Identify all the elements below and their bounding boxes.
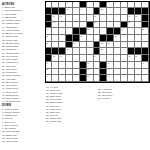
grid-cell[interactable] <box>59 22 66 29</box>
grid-cell[interactable]: 5 <box>107 2 114 9</box>
grid-cell[interactable] <box>73 8 80 15</box>
grid-cell[interactable] <box>87 48 94 55</box>
grid-cell[interactable]: 36 <box>135 55 142 62</box>
grid-cell[interactable] <box>52 2 59 9</box>
grid-cell[interactable] <box>114 42 121 49</box>
grid-cell[interactable] <box>66 15 73 22</box>
grid-cell[interactable] <box>87 35 94 42</box>
grid-cell[interactable]: 26 <box>46 42 53 49</box>
grid-cell[interactable]: 45 <box>87 75 94 82</box>
grid-cell[interactable] <box>73 75 80 82</box>
grid-cell[interactable] <box>135 22 142 29</box>
grid-cell[interactable] <box>121 75 128 82</box>
grid-cell[interactable]: 40 <box>142 62 149 69</box>
grid-cell[interactable] <box>73 62 80 69</box>
grid-cell[interactable] <box>135 28 142 35</box>
grid-cell[interactable] <box>66 28 73 35</box>
cell-number: 11 <box>53 15 55 17</box>
grid-cell[interactable] <box>135 42 142 49</box>
cell-number: 23 <box>46 35 48 37</box>
grid-cell[interactable] <box>100 55 107 62</box>
grid-cell[interactable] <box>135 69 142 76</box>
grid-cell[interactable]: 18 <box>128 22 135 29</box>
cell-number: 32 <box>53 55 55 57</box>
cell-number: 7 <box>121 1 122 3</box>
cell-number: 19 <box>46 28 48 30</box>
grid-cell[interactable] <box>142 35 149 42</box>
grid-cell[interactable]: 15 <box>135 15 142 22</box>
crossword-page: { "game": "crossword", "grid_size": {"ro… <box>0 0 150 150</box>
cell-number: 8 <box>66 8 67 10</box>
cell-number: 29 <box>108 42 110 44</box>
cell-number: 30 <box>66 48 68 50</box>
grid-cell[interactable]: 30 <box>66 48 73 55</box>
grid-cell[interactable] <box>135 75 142 82</box>
black-cell <box>94 42 101 49</box>
cell-number: 38 <box>87 62 89 64</box>
black-cell <box>80 69 87 76</box>
cell-number: 45 <box>87 75 89 77</box>
grid-cell[interactable]: 8 <box>66 8 73 15</box>
grid-cell[interactable]: 7 <box>121 2 128 9</box>
grid-cell[interactable] <box>128 42 135 49</box>
grid-cell[interactable] <box>100 28 107 35</box>
grid-cell[interactable] <box>59 62 66 69</box>
cell-number: 14 <box>128 15 130 17</box>
grid-cell[interactable] <box>66 75 73 82</box>
grid-cell[interactable]: 3 <box>73 2 80 9</box>
down-clue-list-part2: 14. Air hero15. Corn unit19. Grape plant… <box>46 86 94 123</box>
cell-number: 46 <box>108 75 110 77</box>
black-cell <box>142 48 149 55</box>
grid-cell[interactable]: 44 <box>46 75 53 82</box>
cell-number: 12 <box>60 15 62 17</box>
grid-cell[interactable] <box>121 35 128 42</box>
clue-item: 31. Music note <box>46 120 94 123</box>
grid-cell[interactable] <box>107 48 114 55</box>
cell-number: 28 <box>101 42 103 44</box>
grid-cell[interactable] <box>73 48 80 55</box>
cell-number: 24 <box>80 35 82 37</box>
grid-cell[interactable] <box>80 22 87 29</box>
black-cell <box>100 69 107 76</box>
cell-number: 33 <box>60 55 62 57</box>
grid-cell[interactable] <box>59 42 66 49</box>
grid-cell[interactable]: 25 <box>114 35 121 42</box>
grid-cell[interactable] <box>66 22 73 29</box>
grid-cell[interactable]: 27 <box>73 42 80 49</box>
cell-number: 31 <box>101 48 103 50</box>
cell-number: 17 <box>94 21 96 23</box>
grid-cell[interactable] <box>128 62 135 69</box>
cell-number: 10 <box>101 8 103 10</box>
grid-cell[interactable] <box>121 42 128 49</box>
cell-number: 13 <box>94 15 96 17</box>
grid-cell[interactable]: 34 <box>94 55 101 62</box>
cell-number: 36 <box>135 55 137 57</box>
grid-cell[interactable] <box>142 75 149 82</box>
cell-number: 37 <box>46 62 48 64</box>
grid-cell[interactable] <box>121 15 128 22</box>
grid-cell[interactable] <box>128 35 135 42</box>
black-cell <box>46 48 53 55</box>
grid-cell[interactable] <box>52 35 59 42</box>
grid-cell[interactable] <box>135 62 142 69</box>
black-cell <box>107 28 114 35</box>
grid-cell[interactable] <box>73 22 80 29</box>
grid-cell[interactable] <box>87 8 94 15</box>
down-clue-list-part1: 2. Frozen water3. Ocean motion4. Garden … <box>2 108 43 144</box>
grid-cell[interactable] <box>73 15 80 22</box>
cell-number: 22 <box>142 28 144 30</box>
clue-item: 13. Loud noise <box>2 140 43 143</box>
cell-number: 16 <box>53 21 55 23</box>
black-cell <box>80 62 87 69</box>
cell-number: 3 <box>73 1 74 3</box>
cell-number: 5 <box>108 1 109 3</box>
grid-cell[interactable]: 10 <box>100 8 107 15</box>
clue-column-middle: 14. Air hero15. Corn unit19. Grape plant… <box>46 86 94 123</box>
cell-number: 25 <box>114 35 116 37</box>
grid-cell[interactable] <box>94 28 101 35</box>
grid-cell[interactable] <box>142 2 149 9</box>
grid-cell[interactable] <box>80 15 87 22</box>
cell-number: 39 <box>108 62 110 64</box>
grid-cell[interactable] <box>59 28 66 35</box>
grid-cell[interactable] <box>114 55 121 62</box>
grid-cell[interactable] <box>128 28 135 35</box>
grid-cell[interactable] <box>59 35 66 42</box>
grid-cell[interactable]: 35 <box>128 55 135 62</box>
grid-cell[interactable] <box>87 42 94 49</box>
grid-cell[interactable]: 33 <box>59 55 66 62</box>
grid-cell[interactable]: 9 <box>80 8 87 15</box>
cell-number: 2 <box>66 1 67 3</box>
cell-number: 26 <box>46 42 48 44</box>
across-clue-list: 1. Small bite4. Tree sap source5. Pale s… <box>2 6 43 104</box>
grid-cell[interactable] <box>59 69 66 76</box>
black-cell <box>142 8 149 15</box>
black-cell <box>46 15 53 22</box>
cell-number: 18 <box>128 21 130 23</box>
grid-cell[interactable] <box>114 75 121 82</box>
cell-number: 44 <box>46 75 48 77</box>
cell-number: 20 <box>87 28 89 30</box>
grid-cell[interactable] <box>52 42 59 49</box>
grid-cell[interactable] <box>73 69 80 76</box>
grid-cell[interactable] <box>80 48 87 55</box>
grid-cell[interactable] <box>121 55 128 62</box>
grid-cell[interactable]: 12 <box>59 15 66 22</box>
grid-cell[interactable]: 32 <box>52 55 59 62</box>
grid-cell[interactable] <box>66 62 73 69</box>
grid-cell[interactable] <box>107 22 114 29</box>
grid-cell[interactable] <box>80 55 87 62</box>
grid-cell[interactable] <box>94 2 101 9</box>
grid-cell[interactable]: 17 <box>94 22 101 29</box>
grid-cell[interactable] <box>114 22 121 29</box>
grid-cell[interactable]: 20 <box>87 28 94 35</box>
grid-cell[interactable] <box>114 8 121 15</box>
grid-cell[interactable]: 4 <box>87 2 94 9</box>
grid-cell[interactable] <box>121 62 128 69</box>
grid-cell[interactable]: 29 <box>107 42 114 49</box>
grid-cell[interactable]: 24 <box>80 35 87 42</box>
cell-number: 6 <box>114 1 115 3</box>
grid-cell[interactable] <box>128 75 135 82</box>
cell-number: 27 <box>73 42 75 44</box>
grid-cell[interactable]: 16 <box>52 22 59 29</box>
cell-number: 35 <box>128 55 130 57</box>
black-cell <box>73 28 80 35</box>
grid-cell[interactable] <box>52 75 59 82</box>
cell-number: 42 <box>87 68 89 70</box>
grid-cell[interactable] <box>100 22 107 29</box>
black-cell <box>80 75 87 82</box>
grid-cell[interactable] <box>121 69 128 76</box>
grid-cell[interactable] <box>94 35 101 42</box>
grid-cell[interactable] <box>59 75 66 82</box>
grid-cell[interactable]: 1 <box>46 2 53 9</box>
grid-cell[interactable] <box>52 69 59 76</box>
grid-cell[interactable]: 21 <box>121 28 128 35</box>
grid-cell[interactable] <box>128 69 135 76</box>
black-cell <box>46 8 53 15</box>
grid-cell[interactable] <box>135 2 142 9</box>
cell-number: 41 <box>46 68 48 70</box>
grid-cell[interactable] <box>66 69 73 76</box>
grid-cell[interactable] <box>94 69 101 76</box>
grid-cell[interactable] <box>73 55 80 62</box>
grid-cell[interactable]: 6 <box>114 2 121 9</box>
cell-number: 21 <box>121 28 123 30</box>
cell-number: 40 <box>142 62 144 64</box>
grid-cell[interactable] <box>114 69 121 76</box>
grid-cell[interactable] <box>52 62 59 69</box>
grid-cell[interactable] <box>87 15 94 22</box>
grid-cell[interactable] <box>107 8 114 15</box>
grid-cell[interactable] <box>142 69 149 76</box>
grid-cell[interactable] <box>114 62 121 69</box>
grid-cell[interactable] <box>114 15 121 22</box>
black-cell <box>142 15 149 22</box>
grid-cell[interactable] <box>114 48 121 55</box>
grid-cell[interactable]: 22 <box>142 28 149 35</box>
down-clue-list-part3: 32. Hot drink33. Old cloth34. Sun circle… <box>98 88 148 100</box>
grid-cell[interactable] <box>121 48 128 55</box>
grid-cell[interactable] <box>66 55 73 62</box>
grid-cell[interactable]: 31 <box>100 48 107 55</box>
black-cell <box>100 75 107 82</box>
clue-item: 35. Ink tool <box>98 97 148 100</box>
grid-cell[interactable] <box>121 8 128 15</box>
cell-number: 34 <box>94 55 96 57</box>
grid-cell[interactable] <box>142 42 149 49</box>
grid-cell[interactable] <box>100 15 107 22</box>
black-cell <box>100 62 107 69</box>
clue-column-left: ACROSS 1. Small bite4. Tree sap source5.… <box>2 2 43 143</box>
grid-cell[interactable] <box>52 28 59 35</box>
grid-cell[interactable] <box>80 42 87 49</box>
cell-number: 9 <box>80 8 81 10</box>
grid-cell[interactable] <box>135 35 142 42</box>
crossword-grid[interactable]: 1234567891011121314151617181920212223242… <box>45 1 150 84</box>
grid-cell[interactable] <box>94 75 101 82</box>
cell-number: 43 <box>108 68 110 70</box>
black-cell <box>66 35 73 42</box>
clue-column-right: 32. Hot drink33. Old cloth34. Sun circle… <box>98 88 148 100</box>
grid-cell[interactable] <box>128 2 135 9</box>
cell-number: 15 <box>135 15 137 17</box>
grid-cell[interactable] <box>59 2 66 9</box>
grid-cell[interactable] <box>107 15 114 22</box>
cell-number: 4 <box>87 1 88 3</box>
grid-cell[interactable] <box>94 62 101 69</box>
grid-cell[interactable]: 46 <box>107 75 114 82</box>
cell-number: 1 <box>46 1 47 3</box>
